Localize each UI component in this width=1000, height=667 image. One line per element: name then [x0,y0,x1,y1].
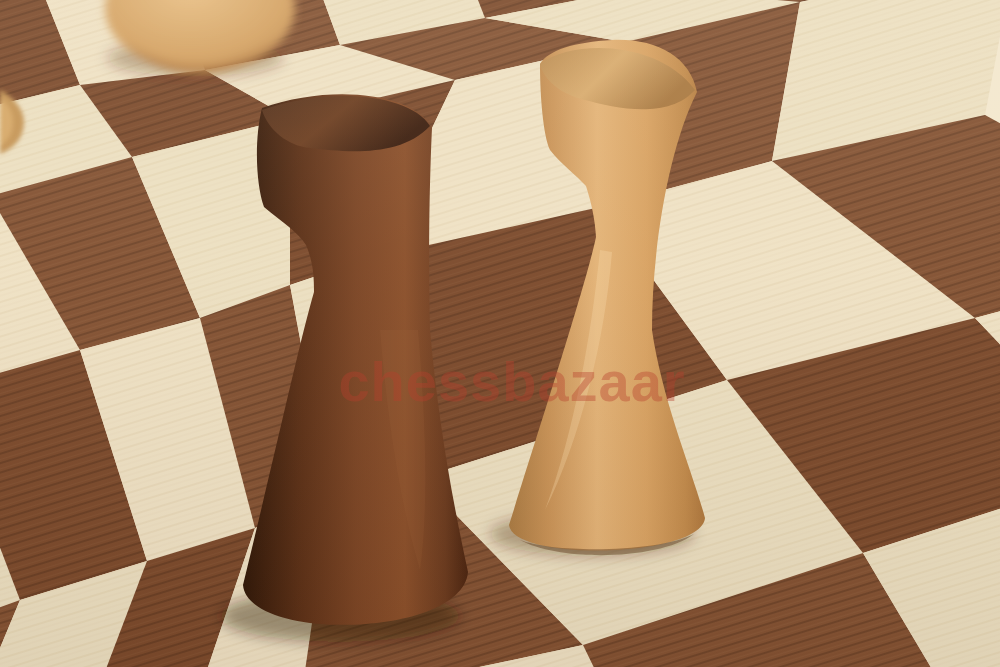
dark-cone-piece[interactable] [243,94,468,625]
chess-product-photo: chessbazaar [0,0,1000,667]
light-cone-piece[interactable] [509,40,705,555]
pieces-layer [0,0,1000,667]
dark-piece-body [243,94,468,625]
partial-piece-edge[interactable] [0,90,24,154]
